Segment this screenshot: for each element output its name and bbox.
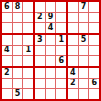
sudoku-cell-r5c9[interactable] [89, 46, 99, 56]
sudoku-cell-r3c2[interactable] [13, 23, 23, 33]
sudoku-cell-r5c2[interactable] [13, 46, 23, 56]
sudoku-box-5: 316 [35, 35, 66, 66]
sudoku-cell-r3c4[interactable] [35, 23, 45, 33]
sudoku-cell-r4c7[interactable] [68, 35, 78, 45]
sudoku-cell-r2c7[interactable] [68, 13, 78, 23]
sudoku-cell-r3c5-given[interactable]: 4 [46, 23, 56, 33]
sudoku-cell-r1c3[interactable] [23, 2, 33, 12]
sudoku-cell-r5c7[interactable] [68, 46, 78, 56]
sudoku-box-3: 7 [68, 2, 99, 33]
sudoku-cell-r6c3[interactable] [23, 56, 33, 66]
sudoku-cell-r8c4[interactable] [35, 79, 45, 89]
sudoku-cell-r3c8[interactable] [79, 23, 89, 33]
sudoku-cell-r9c7[interactable] [68, 89, 78, 99]
sudoku-cell-r6c2[interactable] [13, 56, 23, 66]
sudoku-cell-r7c4[interactable] [35, 68, 45, 78]
sudoku-cell-r9c9[interactable] [89, 89, 99, 99]
sudoku-cell-r6c5[interactable] [46, 56, 56, 66]
sudoku-cell-r8c8[interactable] [79, 79, 89, 89]
sudoku-cell-r7c8[interactable] [79, 68, 89, 78]
sudoku-cell-r3c7[interactable] [68, 23, 78, 33]
sudoku-cell-r9c4[interactable] [35, 89, 45, 99]
sudoku-cell-r1c5[interactable] [46, 2, 56, 12]
sudoku-cell-r8c6[interactable] [56, 79, 66, 89]
sudoku-cell-r9c3[interactable] [23, 89, 33, 99]
sudoku-box-8 [35, 68, 66, 99]
sudoku-cell-r8c5[interactable] [46, 79, 56, 89]
sudoku-cell-r5c5[interactable] [46, 46, 56, 56]
sudoku-cell-r3c9[interactable] [89, 23, 99, 33]
sudoku-cell-r1c6[interactable] [56, 2, 66, 12]
sudoku-cell-r1c1-given[interactable]: 6 [2, 2, 12, 12]
sudoku-cell-r8c1[interactable] [2, 79, 12, 89]
sudoku-cell-r1c2-given[interactable]: 8 [13, 2, 23, 12]
sudoku-cell-r9c6[interactable] [56, 89, 66, 99]
sudoku-cell-r5c8[interactable] [79, 46, 89, 56]
sudoku-box-1: 68 [2, 2, 33, 33]
sudoku-cell-r4c1[interactable] [2, 35, 12, 45]
sudoku-cell-r7c1-given[interactable]: 2 [2, 68, 12, 78]
sudoku-cell-r5c6[interactable] [56, 46, 66, 56]
sudoku-cell-r4c9[interactable] [89, 35, 99, 45]
sudoku-cell-r2c2[interactable] [13, 13, 23, 23]
sudoku-cell-r2c6[interactable] [56, 13, 66, 23]
sudoku-cell-r5c4[interactable] [35, 46, 45, 56]
sudoku-box-7: 25 [2, 68, 33, 99]
sudoku-cell-r6c6-given[interactable]: 6 [56, 56, 66, 66]
sudoku-board: 68294741316525426 [0, 0, 101, 101]
sudoku-cell-r1c8-given[interactable]: 7 [79, 2, 89, 12]
sudoku-cell-r7c3[interactable] [23, 68, 33, 78]
sudoku-box-9: 426 [68, 68, 99, 99]
sudoku-cell-r7c7-given[interactable]: 4 [68, 68, 78, 78]
sudoku-cell-r4c5[interactable] [46, 35, 56, 45]
sudoku-cell-r8c9-given[interactable]: 6 [89, 79, 99, 89]
sudoku-cell-r1c7[interactable] [68, 2, 78, 12]
sudoku-cell-r6c4[interactable] [35, 56, 45, 66]
sudoku-cell-r2c9[interactable] [89, 13, 99, 23]
sudoku-cell-r4c4-given[interactable]: 3 [35, 35, 45, 45]
sudoku-cell-r3c3[interactable] [23, 23, 33, 33]
sudoku-cell-r2c5-given[interactable]: 9 [46, 13, 56, 23]
sudoku-cell-r7c5[interactable] [46, 68, 56, 78]
sudoku-cell-r9c1[interactable] [2, 89, 12, 99]
sudoku-cell-r8c2[interactable] [13, 79, 23, 89]
sudoku-cell-r3c1[interactable] [2, 23, 12, 33]
sudoku-cell-r6c9[interactable] [89, 56, 99, 66]
sudoku-cell-r7c9[interactable] [89, 68, 99, 78]
sudoku-cell-r2c3[interactable] [23, 13, 33, 23]
sudoku-cell-r7c2[interactable] [13, 68, 23, 78]
sudoku-cell-r4c6-given[interactable]: 1 [56, 35, 66, 45]
sudoku-cell-r2c8[interactable] [79, 13, 89, 23]
sudoku-cell-r6c1[interactable] [2, 56, 12, 66]
sudoku-cell-r5c3-given[interactable]: 1 [23, 46, 33, 56]
sudoku-cell-r4c2[interactable] [13, 35, 23, 45]
sudoku-cell-r8c7-given[interactable]: 2 [68, 79, 78, 89]
sudoku-box-4: 41 [2, 35, 33, 66]
sudoku-cell-r6c8[interactable] [79, 56, 89, 66]
sudoku-box-2: 294 [35, 2, 66, 33]
sudoku-cell-r3c6[interactable] [56, 23, 66, 33]
sudoku-cell-r2c4-given[interactable]: 2 [35, 13, 45, 23]
sudoku-cell-r4c3[interactable] [23, 35, 33, 45]
sudoku-cell-r9c2-given[interactable]: 5 [13, 89, 23, 99]
sudoku-cell-r1c4[interactable] [35, 2, 45, 12]
sudoku-cell-r6c7[interactable] [68, 56, 78, 66]
sudoku-cell-r9c5[interactable] [46, 89, 56, 99]
sudoku-cell-r5c1-given[interactable]: 4 [2, 46, 12, 56]
sudoku-box-6: 5 [68, 35, 99, 66]
sudoku-cell-r4c8-given[interactable]: 5 [79, 35, 89, 45]
sudoku-cell-r2c1[interactable] [2, 13, 12, 23]
sudoku-cell-r1c9[interactable] [89, 2, 99, 12]
sudoku-cell-r8c3[interactable] [23, 79, 33, 89]
sudoku-cell-r9c8[interactable] [79, 89, 89, 99]
sudoku-cell-r7c6[interactable] [56, 68, 66, 78]
